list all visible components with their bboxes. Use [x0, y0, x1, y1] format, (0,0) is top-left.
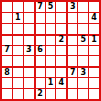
cell-r6c2[interactable] — [13, 56, 23, 66]
cell-r9c6[interactable] — [56, 89, 66, 99]
cell-r7c7[interactable]: 7 — [67, 67, 77, 77]
cell-r2c4[interactable] — [35, 13, 45, 23]
cell-r4c5[interactable] — [46, 35, 56, 45]
cell-r9c8[interactable] — [78, 89, 88, 99]
cell-r7c2[interactable] — [13, 67, 23, 77]
cell-r3c9[interactable] — [89, 24, 99, 34]
sudoku-board: 75314251736873142 — [0, 0, 101, 101]
cell-r8c2[interactable] — [13, 78, 23, 88]
cell-r2c8[interactable] — [78, 13, 88, 23]
cell-r5c6[interactable] — [56, 46, 66, 56]
cell-r8c8[interactable] — [78, 78, 88, 88]
cell-r2c2[interactable]: 1 — [13, 13, 23, 23]
cell-r9c1[interactable] — [2, 89, 12, 99]
cell-r3c1[interactable] — [2, 24, 12, 34]
cell-r4c4[interactable] — [35, 35, 45, 45]
cell-r6c4[interactable] — [35, 56, 45, 66]
cell-r5c5[interactable] — [46, 46, 56, 56]
cell-r9c5[interactable] — [46, 89, 56, 99]
cell-r6c8[interactable] — [78, 56, 88, 66]
cell-r8c7[interactable] — [67, 78, 77, 88]
cell-r4c3[interactable] — [24, 35, 34, 45]
cell-r1c7[interactable]: 3 — [67, 2, 77, 12]
cell-r4c8[interactable]: 5 — [78, 35, 88, 45]
cell-r5c2[interactable] — [13, 46, 23, 56]
cell-r1c9[interactable] — [89, 2, 99, 12]
cell-r7c9[interactable] — [89, 67, 99, 77]
cell-r7c5[interactable] — [46, 67, 56, 77]
cell-r8c1[interactable] — [2, 78, 12, 88]
cell-r2c9[interactable]: 4 — [89, 13, 99, 23]
cell-r1c3[interactable] — [24, 2, 34, 12]
cell-r3c5[interactable] — [46, 24, 56, 34]
cell-r3c7[interactable] — [67, 24, 77, 34]
cell-r5c1[interactable]: 7 — [2, 46, 12, 56]
cell-r3c6[interactable] — [56, 24, 66, 34]
cell-r6c6[interactable] — [56, 56, 66, 66]
cell-r2c7[interactable] — [67, 13, 77, 23]
cell-r3c3[interactable] — [24, 24, 34, 34]
cell-r5c4[interactable]: 6 — [35, 46, 45, 56]
cell-r7c4[interactable] — [35, 67, 45, 77]
cell-r7c1[interactable]: 8 — [2, 67, 12, 77]
cell-r1c2[interactable] — [13, 2, 23, 12]
cell-r5c3[interactable]: 3 — [24, 46, 34, 56]
cell-r9c2[interactable] — [13, 89, 23, 99]
cell-r6c7[interactable] — [67, 56, 77, 66]
cell-r4c1[interactable] — [2, 35, 12, 45]
cell-r2c5[interactable] — [46, 13, 56, 23]
cell-r8c9[interactable] — [89, 78, 99, 88]
cell-r4c6[interactable]: 2 — [56, 35, 66, 45]
cell-r9c9[interactable] — [89, 89, 99, 99]
cell-r8c3[interactable] — [24, 78, 34, 88]
cell-r7c3[interactable] — [24, 67, 34, 77]
cell-r1c4[interactable]: 7 — [35, 2, 45, 12]
cell-r3c4[interactable] — [35, 24, 45, 34]
cell-r7c8[interactable]: 3 — [78, 67, 88, 77]
cell-r9c4[interactable]: 2 — [35, 89, 45, 99]
cell-r1c6[interactable] — [56, 2, 66, 12]
cell-r9c7[interactable] — [67, 89, 77, 99]
cell-r6c5[interactable] — [46, 56, 56, 66]
cell-r8c5[interactable]: 1 — [46, 78, 56, 88]
cell-r7c6[interactable] — [56, 67, 66, 77]
cell-r4c2[interactable] — [13, 35, 23, 45]
cell-r6c3[interactable] — [24, 56, 34, 66]
cell-r6c9[interactable] — [89, 56, 99, 66]
cell-r5c8[interactable] — [78, 46, 88, 56]
cell-r5c9[interactable] — [89, 46, 99, 56]
cell-r9c3[interactable] — [24, 89, 34, 99]
cell-r8c6[interactable]: 4 — [56, 78, 66, 88]
cell-r5c7[interactable] — [67, 46, 77, 56]
cell-r3c8[interactable] — [78, 24, 88, 34]
cell-r1c8[interactable] — [78, 2, 88, 12]
cell-r4c7[interactable] — [67, 35, 77, 45]
cell-r4c9[interactable]: 1 — [89, 35, 99, 45]
cell-r1c1[interactable] — [2, 2, 12, 12]
cell-r2c6[interactable] — [56, 13, 66, 23]
cell-r2c1[interactable] — [2, 13, 12, 23]
cell-r1c5[interactable]: 5 — [46, 2, 56, 12]
cell-r8c4[interactable] — [35, 78, 45, 88]
cell-r3c2[interactable] — [13, 24, 23, 34]
cell-r6c1[interactable] — [2, 56, 12, 66]
cell-r2c3[interactable] — [24, 13, 34, 23]
